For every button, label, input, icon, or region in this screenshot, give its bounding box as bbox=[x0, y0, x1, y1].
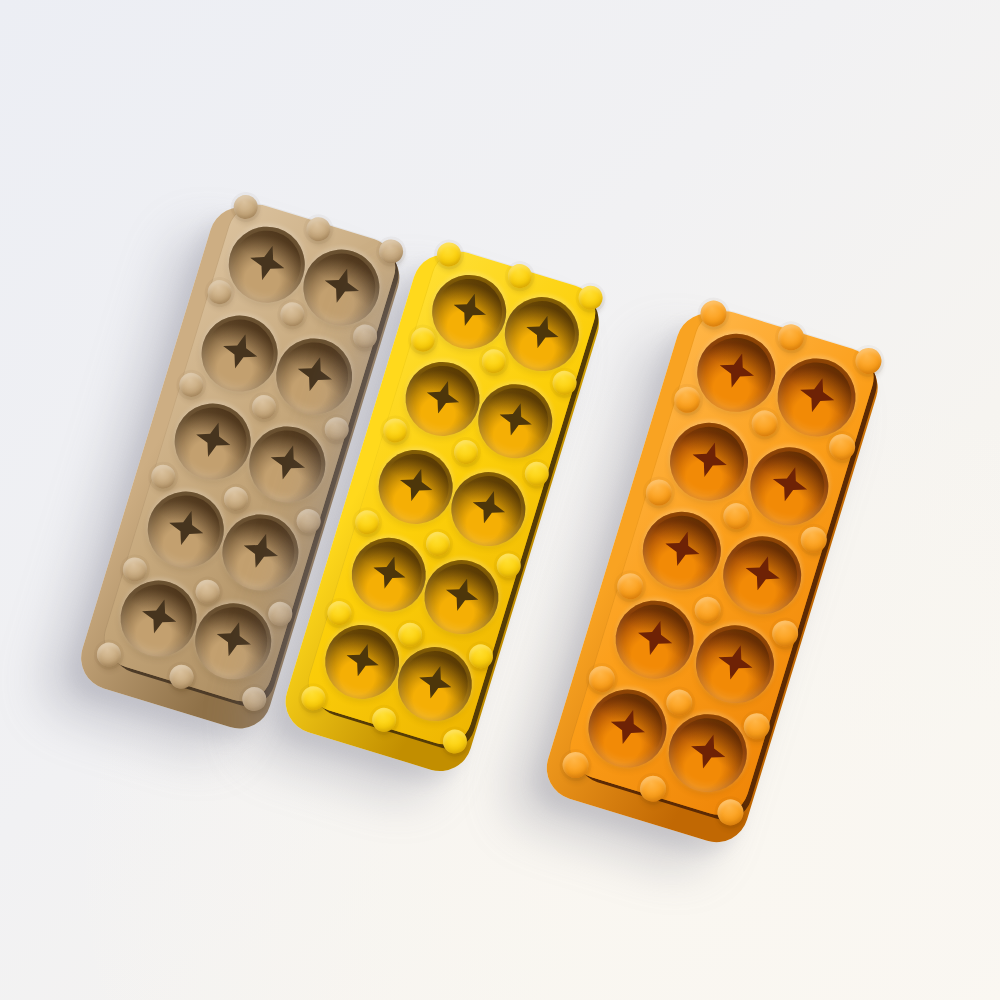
egg-cell-star-hole bbox=[468, 486, 510, 528]
egg-cell-cup bbox=[713, 527, 810, 624]
egg-cell-cup bbox=[768, 348, 865, 445]
egg-cell-star-hole bbox=[265, 440, 310, 485]
egg-cell-cup bbox=[686, 616, 783, 713]
egg-cell-star-hole bbox=[740, 551, 785, 596]
egg-cell-star-hole bbox=[633, 615, 678, 660]
egg-cell-star-hole bbox=[238, 528, 283, 573]
egg-cell-star-hole bbox=[687, 437, 732, 482]
egg-cell-star-hole bbox=[211, 617, 256, 662]
egg-cell-star-hole bbox=[795, 373, 840, 418]
egg-cell-star-hole bbox=[319, 263, 364, 308]
egg-cell-star-hole bbox=[660, 526, 705, 571]
egg-cell-star-hole bbox=[218, 329, 263, 374]
egg-cell-star-hole bbox=[521, 311, 563, 353]
egg-cell-star-hole bbox=[414, 661, 456, 703]
egg-cell-star-hole bbox=[422, 376, 464, 418]
egg-cell-star-hole bbox=[341, 639, 383, 681]
egg-cell-star-hole bbox=[137, 594, 182, 639]
egg-carton-orange bbox=[563, 304, 881, 823]
egg-cell-cup bbox=[741, 437, 838, 534]
egg-cell-star-hole bbox=[449, 289, 491, 331]
studio-background bbox=[0, 0, 1000, 1000]
egg-cell-star-hole bbox=[441, 574, 483, 616]
egg-cell-star-hole bbox=[713, 640, 758, 685]
egg-cell-star-hole bbox=[605, 705, 650, 750]
egg-cell-star-hole bbox=[395, 464, 437, 506]
egg-cell-cup bbox=[659, 705, 756, 802]
egg-cell-star-hole bbox=[494, 398, 536, 440]
egg-cell-star-hole bbox=[368, 551, 410, 593]
egg-cell-star-hole bbox=[191, 417, 236, 462]
egg-cell-star-hole bbox=[245, 240, 290, 285]
egg-cell-star-hole bbox=[686, 729, 731, 774]
egg-cell-star-hole bbox=[292, 352, 337, 397]
egg-cell-star-hole bbox=[714, 348, 759, 393]
egg-cell-star-hole bbox=[768, 462, 813, 507]
egg-cell-star-hole bbox=[164, 506, 209, 551]
